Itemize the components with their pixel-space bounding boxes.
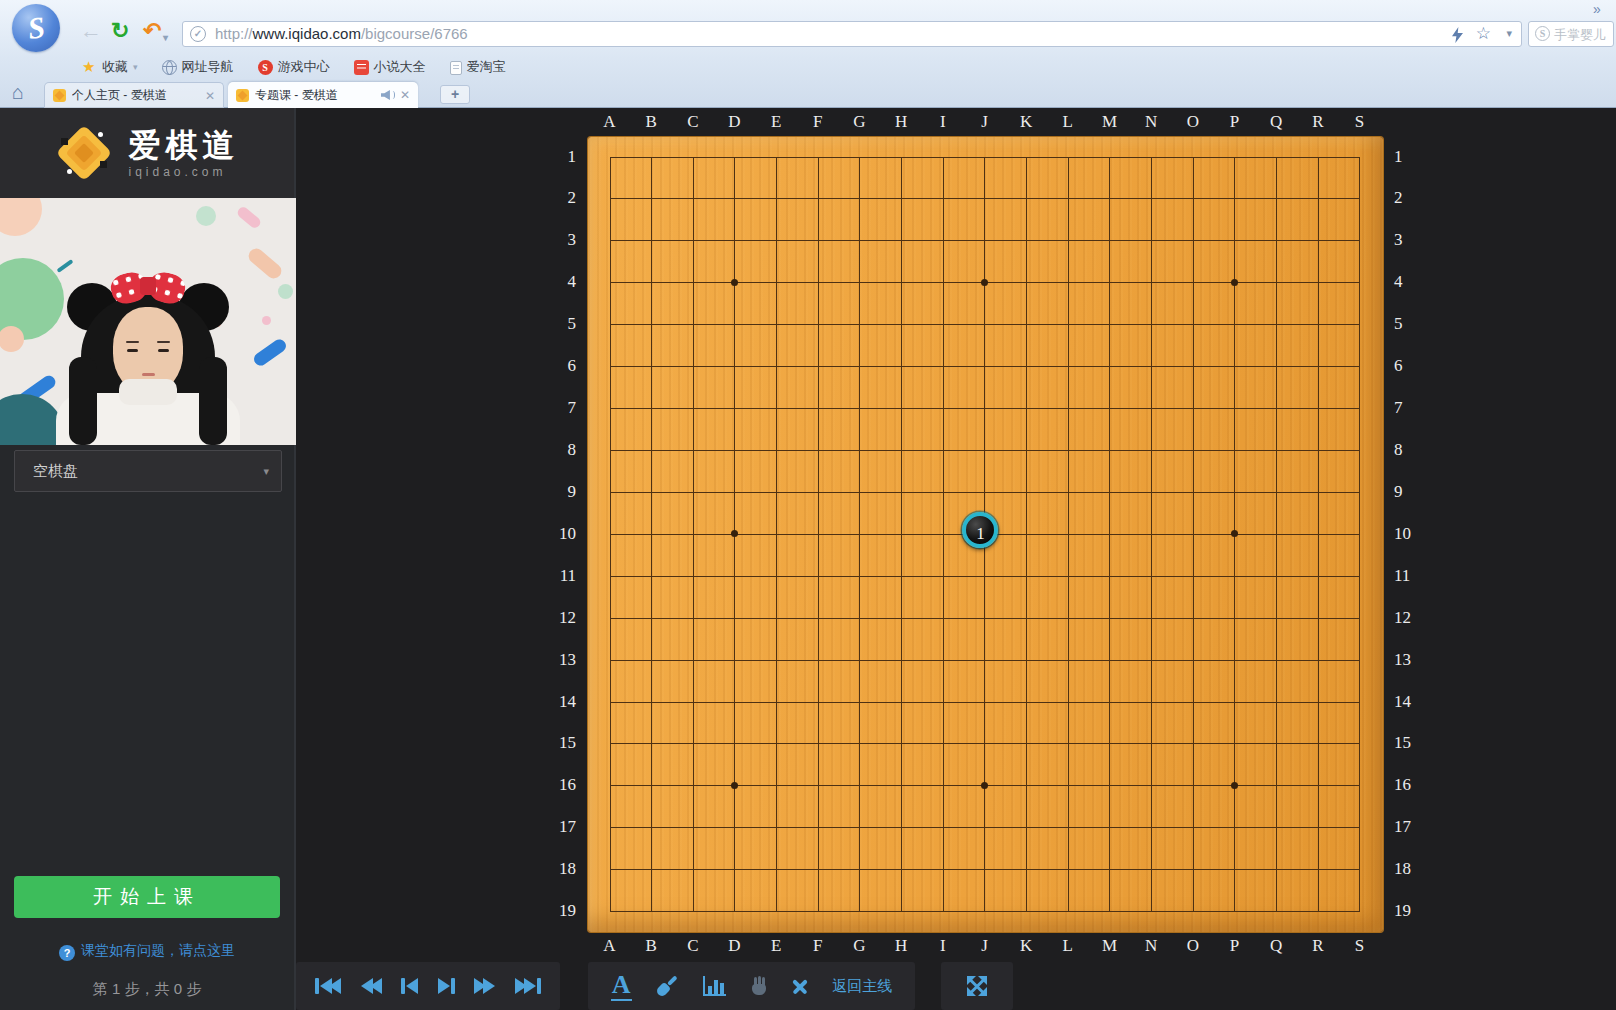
grid-line — [1276, 157, 1277, 913]
grid-line — [1193, 157, 1194, 913]
stone-j10: 1 — [962, 512, 998, 548]
column-label: G — [847, 112, 871, 132]
column-label: O — [1181, 112, 1205, 132]
column-label: N — [1139, 112, 1163, 132]
address-dropdown-icon[interactable]: ▾ — [1506, 27, 1512, 40]
column-label: C — [681, 112, 705, 132]
browser-logo-icon[interactable]: S — [12, 4, 60, 52]
row-label: 16 — [1394, 775, 1430, 795]
start-class-button[interactable]: 开始上课 — [14, 876, 280, 918]
security-shield-icon: ✓ — [190, 26, 206, 42]
row-label: 5 — [540, 314, 576, 334]
row-label: 14 — [540, 692, 576, 712]
star-point — [1231, 530, 1238, 537]
bookmark-label: 爱淘宝 — [467, 58, 506, 76]
undo-icon[interactable]: ↶ — [143, 18, 161, 44]
board-select[interactable]: 空棋盘 ▾ — [14, 450, 282, 492]
row-label: 11 — [1394, 566, 1430, 586]
undo-caret-icon[interactable]: ▾ — [163, 25, 168, 51]
row-label: 7 — [540, 398, 576, 418]
star-point — [981, 279, 988, 286]
clear-marks-button[interactable] — [791, 977, 809, 995]
grid-line — [1109, 157, 1110, 913]
grid-line — [1151, 157, 1152, 913]
sidebar: 爱棋道 iqidao.com — [0, 108, 296, 1010]
url-text: http://www.iqidao.com/bigcourse/6766 — [215, 25, 468, 42]
column-label: P — [1222, 112, 1246, 132]
row-label: 6 — [540, 356, 576, 376]
grid-line — [1318, 157, 1319, 913]
column-label: J — [972, 112, 996, 132]
address-bar[interactable]: ✓ http://www.iqidao.com/bigcourse/6766 ☆… — [182, 21, 1522, 47]
column-label: B — [639, 112, 663, 132]
bookmark-item[interactable]: 收藏▾ — [82, 58, 138, 76]
row-label: 17 — [540, 817, 576, 837]
row-label: 2 — [1394, 188, 1430, 208]
bookmarks-bar: 收藏▾网址导航游戏中心小说大全爱淘宝 — [0, 54, 1616, 80]
column-label: G — [847, 936, 871, 956]
star-point — [731, 279, 738, 286]
grid-line — [610, 869, 1361, 870]
column-label: O — [1181, 936, 1205, 956]
row-label: 15 — [1394, 733, 1430, 753]
row-label: 17 — [1394, 817, 1430, 837]
fullscreen-icon[interactable] — [967, 976, 987, 996]
iqidao-favicon — [236, 89, 249, 102]
column-label: K — [1014, 936, 1038, 956]
star-icon — [82, 60, 97, 75]
tab-personal-home[interactable]: 个人主页 - 爱棋道 ✕ — [44, 82, 224, 108]
column-label: C — [681, 936, 705, 956]
chart-icon — [703, 976, 726, 996]
column-label: D — [722, 112, 746, 132]
row-label: 1 — [540, 147, 576, 167]
row-label: 6 — [1394, 356, 1430, 376]
grid-line — [610, 576, 1361, 577]
search-engine-icon: S — [1535, 26, 1550, 41]
bookmark-label: 收藏 — [102, 58, 128, 76]
grid-line — [610, 618, 1361, 619]
teacher-figure — [43, 293, 253, 445]
globe-icon — [162, 60, 177, 75]
hand-pan-button[interactable] — [749, 976, 769, 996]
search-box[interactable]: S手掌婴儿 — [1528, 21, 1614, 47]
tab-label: 个人主页 - 爱棋道 — [72, 87, 200, 104]
row-label: 16 — [540, 775, 576, 795]
site-title: 爱棋道 — [129, 128, 240, 162]
bookmark-item[interactable]: 小说大全 — [354, 58, 426, 76]
column-label: R — [1306, 936, 1330, 956]
star-point — [1231, 782, 1238, 789]
skip-to-end-button[interactable] — [515, 978, 541, 994]
column-label: S — [1347, 112, 1371, 132]
annotation-toolbar: A返回主线 — [588, 962, 915, 1010]
skip-to-end-icon — [515, 978, 541, 994]
teacher-webcam-video — [0, 198, 296, 445]
grid-line — [1026, 157, 1027, 913]
row-label: 13 — [1394, 650, 1430, 670]
step-status: 第 1 步，共 0 步 — [0, 980, 294, 999]
row-label: 18 — [1394, 859, 1430, 879]
row-label: 18 — [540, 859, 576, 879]
grid-line — [610, 660, 1361, 661]
bookmark-item[interactable]: 爱淘宝 — [450, 58, 506, 76]
grid-line — [1359, 157, 1360, 913]
row-label: 11 — [540, 566, 576, 586]
help-link[interactable]: ?课堂如有问题，请点这里 — [0, 942, 294, 961]
tab-close-icon[interactable]: ✕ — [400, 88, 410, 102]
tab-course[interactable]: 专题课 - 爱棋道 ✕ — [228, 82, 418, 108]
lightning-icon[interactable] — [1452, 27, 1463, 43]
row-label: 1 — [1394, 147, 1430, 167]
tab-label: 专题课 - 爱棋道 — [255, 87, 377, 104]
row-label: 5 — [1394, 314, 1430, 334]
question-icon: ? — [59, 945, 75, 961]
row-label: 10 — [1394, 524, 1430, 544]
tab-audio-icon[interactable] — [381, 89, 395, 101]
column-label: M — [1097, 936, 1121, 956]
row-label: 15 — [540, 733, 576, 753]
column-label: Q — [1264, 112, 1288, 132]
hand-pan-icon — [749, 976, 769, 996]
star-point — [731, 530, 738, 537]
column-label: S — [1347, 936, 1371, 956]
column-label: A — [598, 112, 622, 132]
grid-line — [610, 702, 1361, 703]
row-label: 14 — [1394, 692, 1430, 712]
column-label: K — [1014, 112, 1038, 132]
fast-forward-icon — [474, 978, 495, 994]
help-link-text: 课堂如有问题，请点这里 — [81, 942, 235, 958]
row-label: 19 — [540, 901, 576, 921]
clear-marks-icon — [791, 977, 809, 995]
bookmark-item[interactable]: 网址导航 — [162, 58, 234, 76]
column-label: H — [889, 112, 913, 132]
home-icon[interactable]: ⌂ — [12, 81, 24, 104]
skip-to-start-icon — [315, 978, 341, 994]
rewind-icon — [361, 978, 382, 994]
star-point — [1231, 279, 1238, 286]
return-mainline-button[interactable]: 返回主线 — [832, 977, 892, 996]
text-annotation-icon: A — [611, 972, 632, 1001]
column-label: E — [764, 936, 788, 956]
minnie-bow-icon — [111, 271, 185, 305]
column-label: F — [806, 112, 830, 132]
tab-strip: ⌂ 个人主页 - 爱棋道 ✕ 专题课 - 爱棋道 ✕ + — [0, 80, 1616, 108]
column-label: I — [931, 936, 955, 956]
column-label: M — [1097, 112, 1121, 132]
column-label: I — [931, 112, 955, 132]
row-label: 8 — [540, 440, 576, 460]
grid-line — [610, 827, 1361, 828]
tab-close-icon[interactable]: ✕ — [205, 89, 215, 103]
column-label: D — [722, 936, 746, 956]
row-label: 10 — [540, 524, 576, 544]
row-label: 4 — [540, 272, 576, 292]
novel-icon — [354, 60, 369, 75]
rewind-button[interactable] — [361, 978, 382, 994]
iqidao-favicon — [53, 89, 66, 102]
row-label: 8 — [1394, 440, 1430, 460]
game-center-icon — [258, 60, 273, 75]
back-icon[interactable]: ← — [80, 18, 102, 44]
chevron-down-icon: ▾ — [263, 451, 269, 491]
taobao-icon — [450, 61, 462, 75]
row-label: 3 — [1394, 230, 1430, 250]
navigation-bar: S ← ↻ ↶ ▾ ✓ http://www.iqidao.com/bigcou… — [0, 0, 1616, 54]
step-back-icon — [401, 978, 418, 994]
row-label: 7 — [1394, 398, 1430, 418]
column-label: A — [598, 936, 622, 956]
step-back-button[interactable] — [401, 978, 418, 994]
column-label: Q — [1264, 936, 1288, 956]
row-label: 13 — [540, 650, 576, 670]
step-forward-icon — [438, 978, 455, 994]
row-label: 19 — [1394, 901, 1430, 921]
column-label: L — [1056, 112, 1080, 132]
new-tab-button[interactable]: + — [440, 85, 470, 104]
brush-button[interactable] — [654, 973, 680, 999]
app-window: S ← ↻ ↶ ▾ ✓ http://www.iqidao.com/bigcou… — [0, 0, 1616, 1010]
row-label: 12 — [1394, 608, 1430, 628]
row-label: 9 — [1394, 482, 1430, 502]
row-label: 2 — [540, 188, 576, 208]
step-forward-button[interactable] — [438, 978, 455, 994]
fast-forward-button[interactable] — [474, 978, 495, 994]
column-label: E — [764, 112, 788, 132]
search-placeholder: 手掌婴儿 — [1554, 26, 1606, 44]
star-point — [981, 782, 988, 789]
bookmark-item[interactable]: 游戏中心 — [258, 58, 330, 76]
column-label: F — [806, 936, 830, 956]
favorite-star-icon[interactable]: ☆ — [1476, 23, 1491, 44]
chart-button[interactable] — [703, 976, 726, 996]
iqidao-logo-icon — [55, 124, 113, 182]
toolbar-overflow-icon[interactable]: » — [1593, 1, 1601, 17]
row-label: 9 — [540, 482, 576, 502]
column-label: N — [1139, 936, 1163, 956]
text-annotation-button[interactable]: A — [611, 972, 632, 1001]
grid-line — [1068, 157, 1069, 913]
column-label: B — [639, 936, 663, 956]
row-label: 3 — [540, 230, 576, 250]
column-label: H — [889, 936, 913, 956]
fullscreen-panel — [941, 962, 1013, 1010]
star-point — [731, 782, 738, 789]
bookmark-label: 网址导航 — [182, 58, 234, 76]
grid-line — [610, 743, 1361, 744]
bookmark-label: 游戏中心 — [278, 58, 330, 76]
column-label: J — [972, 936, 996, 956]
site-domain: iqidao.com — [129, 165, 240, 179]
refresh-icon[interactable]: ↻ — [111, 18, 129, 44]
chevron-down-icon: ▾ — [133, 62, 138, 72]
row-label: 4 — [1394, 272, 1430, 292]
board-select-value: 空棋盘 — [15, 451, 281, 491]
skip-to-start-button[interactable] — [315, 978, 341, 994]
row-label: 12 — [540, 608, 576, 628]
playback-toolbar — [296, 962, 560, 1010]
grid-line — [610, 911, 1361, 912]
brush-icon — [649, 968, 686, 1005]
column-label: L — [1056, 936, 1080, 956]
browser-chrome: S ← ↻ ↶ ▾ ✓ http://www.iqidao.com/bigcou… — [0, 0, 1616, 108]
bookmark-label: 小说大全 — [374, 58, 426, 76]
column-label: P — [1222, 936, 1246, 956]
go-board[interactable]: 1 — [588, 137, 1383, 932]
column-label: R — [1306, 112, 1330, 132]
site-logo: 爱棋道 iqidao.com — [0, 108, 294, 198]
board-area: 1 AABBCCDDEEFFGGHHIIJJKKLLMMNNOOPPQQRRSS… — [296, 108, 1616, 1010]
